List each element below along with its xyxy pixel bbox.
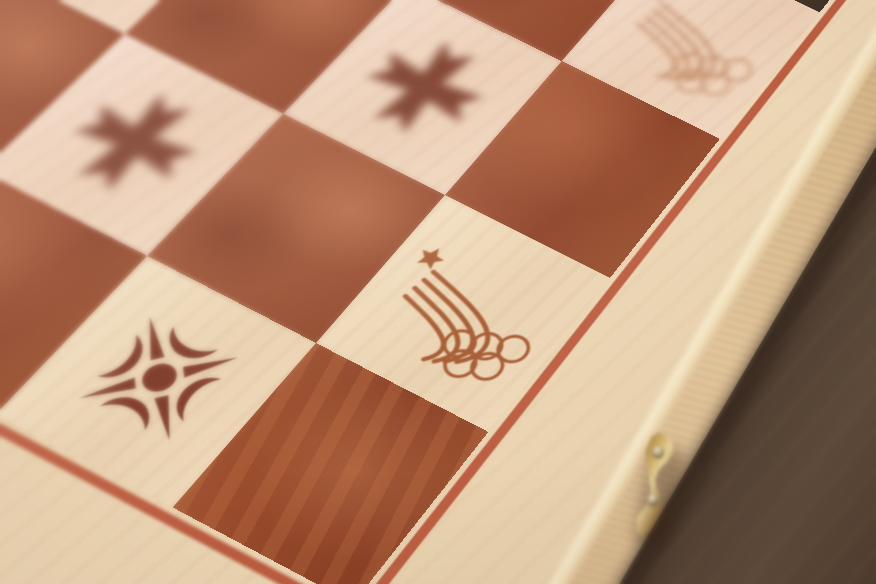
chessboard-photo-scene — [0, 0, 876, 584]
